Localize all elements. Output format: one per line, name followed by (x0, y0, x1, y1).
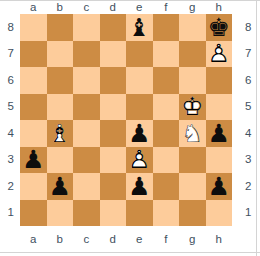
square-g2[interactable] (179, 173, 206, 200)
file-label-d: d (100, 1, 127, 14)
square-a2[interactable] (20, 173, 47, 200)
rank-label-8: 8 (0, 14, 20, 41)
black-pawn-piece[interactable]: ♟ (126, 120, 153, 147)
square-a4[interactable] (20, 120, 47, 147)
black-pawn-piece[interactable]: ♟ (20, 147, 47, 174)
piece-glyph: ♟ (128, 121, 150, 146)
square-c2[interactable] (73, 173, 100, 200)
square-h6[interactable] (206, 67, 233, 94)
black-king-piece[interactable]: ♚ (206, 14, 233, 41)
square-g5[interactable]: ♚♔ (179, 94, 206, 121)
square-f5[interactable] (153, 94, 180, 121)
rank-label-7: 7 (0, 41, 20, 68)
piece-outline-glyph: ♙ (128, 147, 150, 172)
white-knight-piece[interactable]: ♞♘ (179, 120, 206, 147)
square-e8[interactable]: ♝ (126, 14, 153, 41)
black-pawn-piece[interactable]: ♟ (206, 173, 233, 200)
file-label-c: c (73, 226, 100, 248)
square-d6[interactable] (100, 67, 127, 94)
black-bishop-piece[interactable]: ♝ (126, 14, 153, 41)
square-c5[interactable] (73, 94, 100, 121)
square-a7[interactable] (20, 41, 47, 68)
black-pawn-piece[interactable]: ♟ (126, 173, 153, 200)
square-f2[interactable] (153, 173, 180, 200)
white-king-piece[interactable]: ♚♔ (179, 94, 206, 121)
square-d1[interactable] (100, 200, 127, 227)
square-b2[interactable]: ♟ (47, 173, 74, 200)
piece-outline-glyph: ♗ (49, 121, 71, 146)
file-label-f: f (153, 226, 180, 248)
chess-board-widget: abcdefgh 87654321 ♝♚♟♙♚♔♝♗♟♞♘♟♟♟♙♟♟♟ 876… (0, 0, 260, 256)
rank-labels-left: 87654321 (0, 14, 20, 226)
piece-outline-glyph: ♔ (181, 94, 203, 119)
file-labels-bottom: abcdefgh (20, 226, 232, 248)
square-e3[interactable]: ♟♙ (126, 147, 153, 174)
square-c1[interactable] (73, 200, 100, 227)
square-c6[interactable] (73, 67, 100, 94)
square-h4[interactable]: ♟ (206, 120, 233, 147)
file-labels-top: abcdefgh (20, 1, 232, 14)
right-border-line (256, 0, 257, 256)
file-label-d: d (100, 226, 127, 248)
piece-outline-glyph: ♘ (181, 121, 203, 146)
square-d5[interactable] (100, 94, 127, 121)
square-b5[interactable] (47, 94, 74, 121)
square-e6[interactable] (126, 67, 153, 94)
file-label-b: b (47, 226, 74, 248)
square-a8[interactable] (20, 14, 47, 41)
square-f1[interactable] (153, 200, 180, 227)
square-d2[interactable] (100, 173, 127, 200)
rank-label-1: 1 (0, 200, 20, 227)
square-f7[interactable] (153, 41, 180, 68)
square-f3[interactable] (153, 147, 180, 174)
file-label-a: a (20, 226, 47, 248)
square-b3[interactable] (47, 147, 74, 174)
corner-bottom-left (0, 226, 20, 248)
piece-glyph: ♟ (128, 174, 150, 199)
square-h1[interactable] (206, 200, 233, 227)
white-bishop-piece[interactable]: ♝♗ (47, 120, 74, 147)
corner-top-left (0, 1, 20, 14)
file-label-c: c (73, 1, 100, 14)
square-c3[interactable] (73, 147, 100, 174)
square-b6[interactable] (47, 67, 74, 94)
square-d7[interactable] (100, 41, 127, 68)
rank-label-3: 3 (0, 147, 20, 174)
piece-glyph: ♝ (128, 15, 150, 40)
chess-board[interactable]: ♝♚♟♙♚♔♝♗♟♞♘♟♟♟♙♟♟♟ (20, 14, 232, 226)
file-label-f: f (153, 1, 180, 14)
square-e4[interactable]: ♟ (126, 120, 153, 147)
square-h8[interactable]: ♚ (206, 14, 233, 41)
square-c4[interactable] (73, 120, 100, 147)
square-g8[interactable] (179, 14, 206, 41)
white-pawn-piece[interactable]: ♟♙ (126, 147, 153, 174)
piece-glyph: ♟ (208, 174, 230, 199)
square-d3[interactable] (100, 147, 127, 174)
bottom-border-line (0, 252, 260, 253)
square-d4[interactable] (100, 120, 127, 147)
file-label-e: e (126, 226, 153, 248)
square-f6[interactable] (153, 67, 180, 94)
square-a5[interactable] (20, 94, 47, 121)
square-a3[interactable]: ♟ (20, 147, 47, 174)
square-e1[interactable] (126, 200, 153, 227)
piece-glyph: ♟ (22, 147, 44, 172)
square-h7[interactable]: ♟♙ (206, 41, 233, 68)
square-g7[interactable] (179, 41, 206, 68)
square-b7[interactable] (47, 41, 74, 68)
square-d8[interactable] (100, 14, 127, 41)
square-g3[interactable] (179, 147, 206, 174)
piece-glyph: ♟ (49, 174, 71, 199)
square-c7[interactable] (73, 41, 100, 68)
rank-label-4: 4 (0, 120, 20, 147)
square-h2[interactable]: ♟ (206, 173, 233, 200)
file-label-h: h (206, 226, 233, 248)
file-label-g: g (179, 1, 206, 14)
square-g4[interactable]: ♞♘ (179, 120, 206, 147)
white-pawn-piece[interactable]: ♟♙ (206, 41, 233, 68)
square-a6[interactable] (20, 67, 47, 94)
file-label-a: a (20, 1, 47, 14)
square-b8[interactable] (47, 14, 74, 41)
square-f8[interactable] (153, 14, 180, 41)
piece-glyph: ♚ (208, 15, 230, 40)
square-b1[interactable] (47, 200, 74, 227)
black-pawn-piece[interactable]: ♟ (206, 120, 233, 147)
square-c8[interactable] (73, 14, 100, 41)
square-h3[interactable] (206, 147, 233, 174)
rank-label-5: 5 (0, 94, 20, 121)
square-g1[interactable] (179, 200, 206, 227)
square-e2[interactable]: ♟ (126, 173, 153, 200)
square-f4[interactable] (153, 120, 180, 147)
rank-label-2: 2 (0, 173, 20, 200)
piece-outline-glyph: ♙ (208, 41, 230, 66)
square-h5[interactable] (206, 94, 233, 121)
board-layout: abcdefgh 87654321 ♝♚♟♙♚♔♝♗♟♞♘♟♟♟♙♟♟♟ 876… (0, 1, 260, 248)
rank-label-6: 6 (0, 67, 20, 94)
file-label-g: g (179, 226, 206, 248)
square-b4[interactable]: ♝♗ (47, 120, 74, 147)
square-e5[interactable] (126, 94, 153, 121)
square-g6[interactable] (179, 67, 206, 94)
file-label-b: b (47, 1, 74, 14)
square-a1[interactable] (20, 200, 47, 227)
piece-glyph: ♟ (208, 121, 230, 146)
square-e7[interactable] (126, 41, 153, 68)
black-pawn-piece[interactable]: ♟ (47, 173, 74, 200)
